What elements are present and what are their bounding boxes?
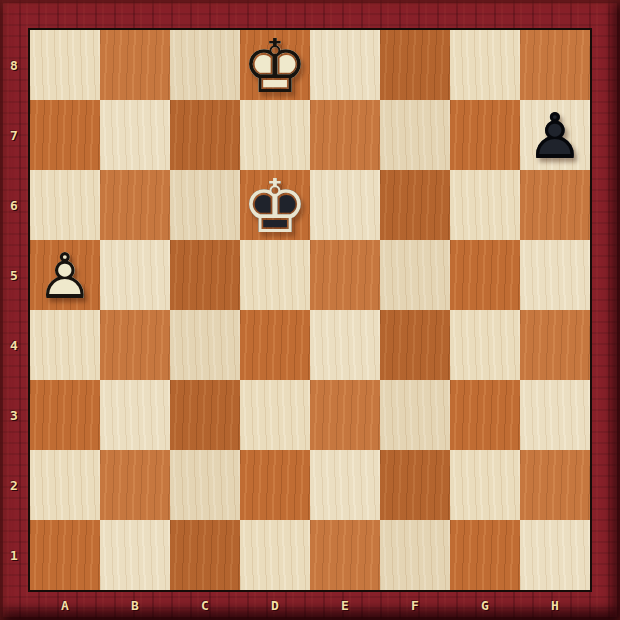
square-d1[interactable] bbox=[240, 520, 310, 590]
rank-label-6: 6 bbox=[0, 170, 28, 240]
square-d8[interactable]: ♚♔ bbox=[240, 30, 310, 100]
square-g6[interactable] bbox=[450, 170, 520, 240]
file-labels: A B C D E F G H bbox=[30, 592, 590, 618]
square-f4[interactable] bbox=[380, 310, 450, 380]
square-g4[interactable] bbox=[450, 310, 520, 380]
square-f2[interactable] bbox=[380, 450, 450, 520]
square-g7[interactable] bbox=[450, 100, 520, 170]
square-d6[interactable]: ♚♔ bbox=[240, 170, 310, 240]
file-label-h: H bbox=[520, 592, 590, 618]
square-f6[interactable] bbox=[380, 170, 450, 240]
square-b4[interactable] bbox=[100, 310, 170, 380]
rank-label-7: 7 bbox=[0, 100, 28, 170]
square-c2[interactable] bbox=[170, 450, 240, 520]
square-d2[interactable] bbox=[240, 450, 310, 520]
square-h1[interactable] bbox=[520, 520, 590, 590]
square-b1[interactable] bbox=[100, 520, 170, 590]
black-pawn-outline: ♙ bbox=[520, 100, 590, 170]
square-c5[interactable] bbox=[170, 240, 240, 310]
chess-board-frame: 8 7 6 5 4 3 2 1 ♚♔♟♙♚♔♟♙ A B C D E F G H bbox=[0, 0, 620, 620]
white-king-d8[interactable]: ♚♔ bbox=[240, 30, 310, 100]
black-king-outline: ♔ bbox=[240, 170, 310, 240]
square-a3[interactable] bbox=[30, 380, 100, 450]
square-a4[interactable] bbox=[30, 310, 100, 380]
square-h2[interactable] bbox=[520, 450, 590, 520]
file-label-e: E bbox=[310, 592, 380, 618]
square-h5[interactable] bbox=[520, 240, 590, 310]
square-f8[interactable] bbox=[380, 30, 450, 100]
square-b8[interactable] bbox=[100, 30, 170, 100]
chess-board: ♚♔♟♙♚♔♟♙ bbox=[28, 28, 592, 592]
file-label-d: D bbox=[240, 592, 310, 618]
rank-label-8: 8 bbox=[0, 30, 28, 100]
square-a2[interactable] bbox=[30, 450, 100, 520]
square-h6[interactable] bbox=[520, 170, 590, 240]
square-a8[interactable] bbox=[30, 30, 100, 100]
square-g5[interactable] bbox=[450, 240, 520, 310]
square-c3[interactable] bbox=[170, 380, 240, 450]
square-c8[interactable] bbox=[170, 30, 240, 100]
file-label-b: B bbox=[100, 592, 170, 618]
square-g1[interactable] bbox=[450, 520, 520, 590]
square-c4[interactable] bbox=[170, 310, 240, 380]
square-e6[interactable] bbox=[310, 170, 380, 240]
file-label-f: F bbox=[380, 592, 450, 618]
black-pawn-h7[interactable]: ♟♙ bbox=[520, 100, 590, 170]
square-e5[interactable] bbox=[310, 240, 380, 310]
square-d4[interactable] bbox=[240, 310, 310, 380]
rank-label-5: 5 bbox=[0, 240, 28, 310]
square-b2[interactable] bbox=[100, 450, 170, 520]
square-e7[interactable] bbox=[310, 100, 380, 170]
square-b5[interactable] bbox=[100, 240, 170, 310]
square-a7[interactable] bbox=[30, 100, 100, 170]
square-f5[interactable] bbox=[380, 240, 450, 310]
square-e8[interactable] bbox=[310, 30, 380, 100]
square-d7[interactable] bbox=[240, 100, 310, 170]
square-h8[interactable] bbox=[520, 30, 590, 100]
square-f3[interactable] bbox=[380, 380, 450, 450]
rank-label-2: 2 bbox=[0, 450, 28, 520]
square-a1[interactable] bbox=[30, 520, 100, 590]
black-king-d6[interactable]: ♚♔ bbox=[240, 170, 310, 240]
square-c1[interactable] bbox=[170, 520, 240, 590]
rank-labels: 8 7 6 5 4 3 2 1 bbox=[0, 30, 28, 590]
rank-label-4: 4 bbox=[0, 310, 28, 380]
file-label-c: C bbox=[170, 592, 240, 618]
square-c7[interactable] bbox=[170, 100, 240, 170]
square-e1[interactable] bbox=[310, 520, 380, 590]
square-a5[interactable]: ♟♙ bbox=[30, 240, 100, 310]
square-h7[interactable]: ♟♙ bbox=[520, 100, 590, 170]
square-g8[interactable] bbox=[450, 30, 520, 100]
white-pawn-outline: ♙ bbox=[30, 240, 100, 310]
square-e3[interactable] bbox=[310, 380, 380, 450]
square-d5[interactable] bbox=[240, 240, 310, 310]
square-e4[interactable] bbox=[310, 310, 380, 380]
square-c6[interactable] bbox=[170, 170, 240, 240]
square-b7[interactable] bbox=[100, 100, 170, 170]
rank-label-1: 1 bbox=[0, 520, 28, 590]
square-d3[interactable] bbox=[240, 380, 310, 450]
file-label-g: G bbox=[450, 592, 520, 618]
square-e2[interactable] bbox=[310, 450, 380, 520]
white-pawn-a5[interactable]: ♟♙ bbox=[30, 240, 100, 310]
square-f7[interactable] bbox=[380, 100, 450, 170]
square-g3[interactable] bbox=[450, 380, 520, 450]
file-label-a: A bbox=[30, 592, 100, 618]
square-f1[interactable] bbox=[380, 520, 450, 590]
square-h4[interactable] bbox=[520, 310, 590, 380]
square-b3[interactable] bbox=[100, 380, 170, 450]
square-b6[interactable] bbox=[100, 170, 170, 240]
square-h3[interactable] bbox=[520, 380, 590, 450]
rank-label-3: 3 bbox=[0, 380, 28, 450]
white-king-outline: ♔ bbox=[240, 30, 310, 100]
square-a6[interactable] bbox=[30, 170, 100, 240]
square-g2[interactable] bbox=[450, 450, 520, 520]
